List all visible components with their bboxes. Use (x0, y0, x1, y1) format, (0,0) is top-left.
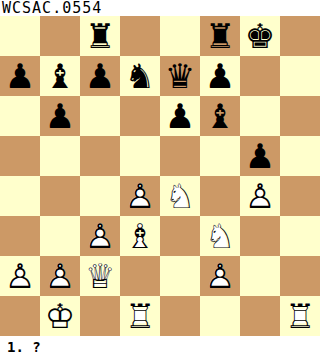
square-e2[interactable] (160, 256, 200, 296)
square-d2[interactable] (120, 256, 160, 296)
piece-white-rook: ♖ (280, 296, 320, 336)
square-c7[interactable]: ♟ (80, 56, 120, 96)
square-b7[interactable]: ♝ (40, 56, 80, 96)
piece-white-rook-fill: ♜ (280, 296, 320, 336)
square-f8[interactable]: ♜ (200, 16, 240, 56)
piece-black-pawn: ♟ (240, 136, 280, 176)
square-f7[interactable]: ♟ (200, 56, 240, 96)
square-h1[interactable]: ♜♖ (280, 296, 320, 336)
chess-trainer-window: WCSAC.0554 ♜♜♚♟♝♟♞♛♟♟♟♝♟♟♙♞♘♟♙♟♙♝♗♞♘♟♙♟♙… (0, 0, 320, 360)
square-b5[interactable] (40, 136, 80, 176)
square-b6[interactable]: ♟ (40, 96, 80, 136)
square-h2[interactable] (280, 256, 320, 296)
square-b3[interactable] (40, 216, 80, 256)
piece-white-pawn: ♙ (200, 256, 240, 296)
piece-white-bishop: ♗ (120, 216, 160, 256)
square-g1[interactable] (240, 296, 280, 336)
square-d3[interactable]: ♝♗ (120, 216, 160, 256)
square-d4[interactable]: ♟♙ (120, 176, 160, 216)
piece-black-bishop: ♝ (40, 56, 80, 96)
square-a5[interactable] (0, 136, 40, 176)
square-a8[interactable] (0, 16, 40, 56)
square-f6[interactable]: ♝ (200, 96, 240, 136)
square-e5[interactable] (160, 136, 200, 176)
piece-white-king: ♔ (40, 296, 80, 336)
square-e8[interactable] (160, 16, 200, 56)
square-a4[interactable] (0, 176, 40, 216)
square-a7[interactable]: ♟ (0, 56, 40, 96)
move-prompt: 1. ? (0, 336, 320, 360)
square-c2[interactable]: ♛♕ (80, 256, 120, 296)
square-h5[interactable] (280, 136, 320, 176)
square-f3[interactable]: ♞♘ (200, 216, 240, 256)
square-h3[interactable] (280, 216, 320, 256)
square-d5[interactable] (120, 136, 160, 176)
piece-white-pawn-fill: ♟ (200, 256, 240, 296)
square-d6[interactable] (120, 96, 160, 136)
piece-white-knight-fill: ♞ (160, 176, 200, 216)
piece-white-pawn-fill: ♟ (0, 256, 40, 296)
piece-black-knight: ♞ (120, 56, 160, 96)
square-f4[interactable] (200, 176, 240, 216)
piece-white-rook-fill: ♜ (120, 296, 160, 336)
square-c1[interactable] (80, 296, 120, 336)
square-c5[interactable] (80, 136, 120, 176)
piece-white-rook: ♖ (120, 296, 160, 336)
square-b2[interactable]: ♟♙ (40, 256, 80, 296)
square-f1[interactable] (200, 296, 240, 336)
piece-black-rook: ♜ (200, 16, 240, 56)
square-f5[interactable] (200, 136, 240, 176)
square-e1[interactable] (160, 296, 200, 336)
square-g2[interactable] (240, 256, 280, 296)
piece-white-pawn-fill: ♟ (80, 216, 120, 256)
piece-black-bishop: ♝ (200, 96, 240, 136)
square-g8[interactable]: ♚ (240, 16, 280, 56)
piece-white-pawn: ♙ (40, 256, 80, 296)
square-a3[interactable] (0, 216, 40, 256)
piece-black-pawn: ♟ (80, 56, 120, 96)
square-e3[interactable] (160, 216, 200, 256)
chess-board: ♜♜♚♟♝♟♞♛♟♟♟♝♟♟♙♞♘♟♙♟♙♝♗♞♘♟♙♟♙♛♕♟♙♚♔♜♖♜♖ (0, 16, 320, 336)
piece-black-king: ♚ (240, 16, 280, 56)
square-g3[interactable] (240, 216, 280, 256)
square-a1[interactable] (0, 296, 40, 336)
square-h6[interactable] (280, 96, 320, 136)
square-b1[interactable]: ♚♔ (40, 296, 80, 336)
square-e6[interactable]: ♟ (160, 96, 200, 136)
piece-black-rook: ♜ (80, 16, 120, 56)
square-b4[interactable] (40, 176, 80, 216)
piece-white-knight: ♘ (160, 176, 200, 216)
piece-black-pawn: ♟ (40, 96, 80, 136)
square-g6[interactable] (240, 96, 280, 136)
piece-white-pawn-fill: ♟ (40, 256, 80, 296)
square-a2[interactable]: ♟♙ (0, 256, 40, 296)
square-a6[interactable] (0, 96, 40, 136)
square-h8[interactable] (280, 16, 320, 56)
piece-white-pawn-fill: ♟ (240, 176, 280, 216)
square-d7[interactable]: ♞ (120, 56, 160, 96)
square-d1[interactable]: ♜♖ (120, 296, 160, 336)
piece-white-pawn: ♙ (0, 256, 40, 296)
square-h7[interactable] (280, 56, 320, 96)
square-c3[interactable]: ♟♙ (80, 216, 120, 256)
square-c6[interactable] (80, 96, 120, 136)
piece-white-pawn: ♙ (120, 176, 160, 216)
square-f2[interactable]: ♟♙ (200, 256, 240, 296)
piece-white-pawn: ♙ (240, 176, 280, 216)
piece-white-queen: ♕ (80, 256, 120, 296)
piece-black-pawn: ♟ (160, 96, 200, 136)
square-g7[interactable] (240, 56, 280, 96)
piece-white-pawn: ♙ (80, 216, 120, 256)
square-c8[interactable]: ♜ (80, 16, 120, 56)
piece-white-king-fill: ♚ (40, 296, 80, 336)
position-title: WCSAC.0554 (0, 0, 320, 16)
piece-white-knight-fill: ♞ (200, 216, 240, 256)
square-d8[interactable] (120, 16, 160, 56)
piece-white-pawn-fill: ♟ (120, 176, 160, 216)
piece-white-bishop-fill: ♝ (120, 216, 160, 256)
piece-black-pawn: ♟ (0, 56, 40, 96)
piece-white-knight: ♘ (200, 216, 240, 256)
square-e4[interactable]: ♞♘ (160, 176, 200, 216)
square-g5[interactable]: ♟ (240, 136, 280, 176)
square-c4[interactable] (80, 176, 120, 216)
square-h4[interactable] (280, 176, 320, 216)
square-g4[interactable]: ♟♙ (240, 176, 280, 216)
square-b8[interactable] (40, 16, 80, 56)
square-e7[interactable]: ♛ (160, 56, 200, 96)
piece-black-pawn: ♟ (200, 56, 240, 96)
piece-white-queen-fill: ♛ (80, 256, 120, 296)
piece-black-queen: ♛ (160, 56, 200, 96)
